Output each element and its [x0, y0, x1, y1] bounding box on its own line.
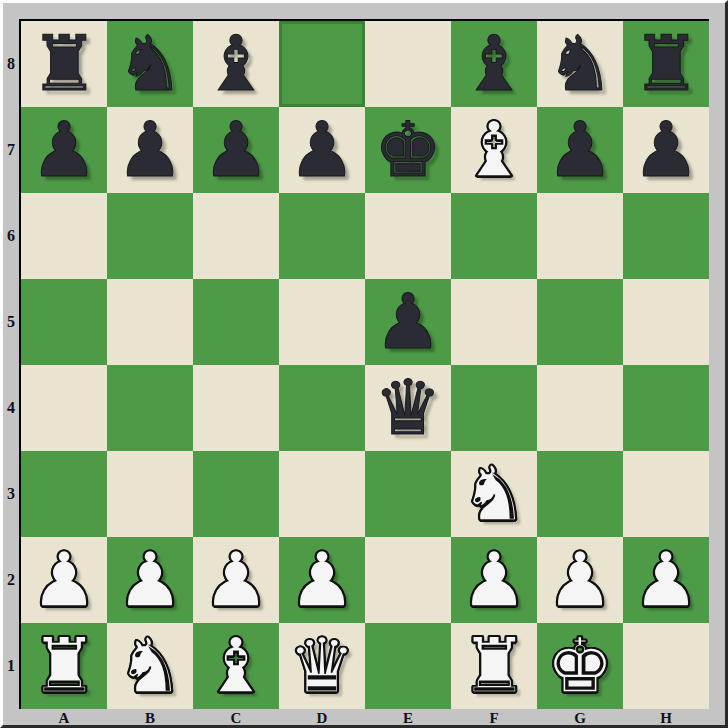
square-b5[interactable] — [107, 279, 193, 365]
piece-black-queen[interactable]: ♛ — [374, 365, 442, 451]
piece-white-rook[interactable]: ♜ — [460, 623, 528, 709]
piece-black-pawn[interactable]: ♟ — [288, 107, 356, 193]
square-b4[interactable] — [107, 365, 193, 451]
square-h7[interactable]: ♟ — [623, 107, 709, 193]
square-b7[interactable]: ♟ — [107, 107, 193, 193]
piece-black-pawn[interactable]: ♟ — [30, 107, 98, 193]
square-h5[interactable] — [623, 279, 709, 365]
square-g3[interactable] — [537, 451, 623, 537]
file-label-e: E — [365, 709, 451, 727]
piece-white-rook[interactable]: ♜ — [30, 623, 98, 709]
square-d3[interactable] — [279, 451, 365, 537]
rank-label-4: 4 — [3, 365, 19, 451]
piece-white-knight[interactable]: ♞ — [460, 451, 528, 537]
square-d6[interactable] — [279, 193, 365, 279]
square-f1[interactable]: ♜ — [451, 623, 537, 709]
square-c2[interactable]: ♟ — [193, 537, 279, 623]
square-c8[interactable]: ♝ — [193, 21, 279, 107]
file-label-a: A — [21, 709, 107, 727]
piece-black-rook[interactable]: ♜ — [30, 21, 98, 107]
square-h3[interactable] — [623, 451, 709, 537]
square-c5[interactable] — [193, 279, 279, 365]
square-g1[interactable]: ♚ — [537, 623, 623, 709]
square-f7[interactable]: ♝ — [451, 107, 537, 193]
piece-black-pawn[interactable]: ♟ — [202, 107, 270, 193]
piece-black-bishop[interactable]: ♝ — [202, 21, 270, 107]
square-h6[interactable] — [623, 193, 709, 279]
square-d2[interactable]: ♟ — [279, 537, 365, 623]
square-f8[interactable]: ♝ — [451, 21, 537, 107]
file-label-d: D — [279, 709, 365, 727]
square-b8[interactable]: ♞ — [107, 21, 193, 107]
piece-white-pawn[interactable]: ♟ — [460, 537, 528, 623]
square-f4[interactable] — [451, 365, 537, 451]
square-g5[interactable] — [537, 279, 623, 365]
square-b3[interactable] — [107, 451, 193, 537]
square-e1[interactable] — [365, 623, 451, 709]
square-f5[interactable] — [451, 279, 537, 365]
piece-white-bishop[interactable]: ♝ — [202, 623, 270, 709]
square-h2[interactable]: ♟ — [623, 537, 709, 623]
square-c6[interactable] — [193, 193, 279, 279]
square-g4[interactable] — [537, 365, 623, 451]
piece-black-rook[interactable]: ♜ — [632, 21, 700, 107]
piece-white-pawn[interactable]: ♟ — [632, 537, 700, 623]
square-h8[interactable]: ♜ — [623, 21, 709, 107]
piece-white-pawn[interactable]: ♟ — [116, 537, 184, 623]
square-a4[interactable] — [21, 365, 107, 451]
square-a2[interactable]: ♟ — [21, 537, 107, 623]
file-label-f: F — [451, 709, 537, 727]
square-c1[interactable]: ♝ — [193, 623, 279, 709]
square-a8[interactable]: ♜ — [21, 21, 107, 107]
square-h1[interactable] — [623, 623, 709, 709]
square-b1[interactable]: ♞ — [107, 623, 193, 709]
square-b6[interactable] — [107, 193, 193, 279]
square-d8[interactable] — [279, 21, 365, 107]
piece-black-pawn[interactable]: ♟ — [116, 107, 184, 193]
square-h4[interactable] — [623, 365, 709, 451]
piece-black-pawn[interactable]: ♟ — [374, 279, 442, 365]
piece-white-pawn[interactable]: ♟ — [288, 537, 356, 623]
piece-white-pawn[interactable]: ♟ — [202, 537, 270, 623]
square-e6[interactable] — [365, 193, 451, 279]
square-c7[interactable]: ♟ — [193, 107, 279, 193]
square-g2[interactable]: ♟ — [537, 537, 623, 623]
file-label-c: C — [193, 709, 279, 727]
piece-white-pawn[interactable]: ♟ — [546, 537, 614, 623]
piece-black-knight[interactable]: ♞ — [116, 21, 184, 107]
square-c3[interactable] — [193, 451, 279, 537]
file-label-h: H — [623, 709, 709, 727]
rank-label-7: 7 — [3, 107, 19, 193]
square-b2[interactable]: ♟ — [107, 537, 193, 623]
rank-label-1: 1 — [3, 623, 19, 709]
square-f3[interactable]: ♞ — [451, 451, 537, 537]
chess-board: ♜♞♝♝♞♜♟♟♟♟♚♝♟♟♟♛♞♟♟♟♟♟♟♟♜♞♝♛♜♚ — [19, 19, 709, 709]
piece-white-queen[interactable]: ♛ — [288, 623, 356, 709]
square-d7[interactable]: ♟ — [279, 107, 365, 193]
square-d4[interactable] — [279, 365, 365, 451]
piece-black-bishop[interactable]: ♝ — [460, 21, 528, 107]
file-label-b: B — [107, 709, 193, 727]
piece-black-king[interactable]: ♚ — [374, 107, 442, 193]
piece-white-knight[interactable]: ♞ — [116, 623, 184, 709]
square-g6[interactable] — [537, 193, 623, 279]
square-g7[interactable]: ♟ — [537, 107, 623, 193]
rank-label-5: 5 — [3, 279, 19, 365]
file-label-g: G — [537, 709, 623, 727]
square-g8[interactable]: ♞ — [537, 21, 623, 107]
rank-label-2: 2 — [3, 537, 19, 623]
piece-black-pawn[interactable]: ♟ — [546, 107, 614, 193]
square-e2[interactable] — [365, 537, 451, 623]
square-e3[interactable] — [365, 451, 451, 537]
piece-black-knight[interactable]: ♞ — [546, 21, 614, 107]
board-frame: ♜♞♝♝♞♜♟♟♟♟♚♝♟♟♟♛♞♟♟♟♟♟♟♟♜♞♝♛♜♚ 87654321A… — [0, 0, 728, 728]
rank-label-6: 6 — [3, 193, 19, 279]
square-e5[interactable]: ♟ — [365, 279, 451, 365]
square-d5[interactable] — [279, 279, 365, 365]
square-a5[interactable] — [21, 279, 107, 365]
square-e7[interactable]: ♚ — [365, 107, 451, 193]
piece-white-pawn[interactable]: ♟ — [30, 537, 98, 623]
square-a7[interactable]: ♟ — [21, 107, 107, 193]
rank-label-8: 8 — [3, 21, 19, 107]
piece-black-pawn[interactable]: ♟ — [632, 107, 700, 193]
square-f2[interactable]: ♟ — [451, 537, 537, 623]
square-e8[interactable] — [365, 21, 451, 107]
square-a6[interactable] — [21, 193, 107, 279]
square-c4[interactable] — [193, 365, 279, 451]
piece-white-king[interactable]: ♚ — [546, 623, 614, 709]
rank-label-3: 3 — [3, 451, 19, 537]
square-d1[interactable]: ♛ — [279, 623, 365, 709]
square-a3[interactable] — [21, 451, 107, 537]
piece-white-bishop[interactable]: ♝ — [460, 107, 528, 193]
square-a1[interactable]: ♜ — [21, 623, 107, 709]
square-f6[interactable] — [451, 193, 537, 279]
square-e4[interactable]: ♛ — [365, 365, 451, 451]
